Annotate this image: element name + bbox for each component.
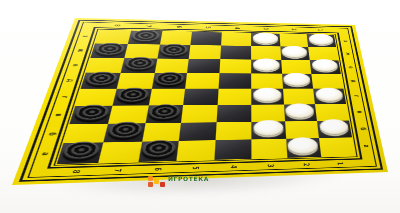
white-checker-piece[interactable] [253,32,279,44]
square-b1[interactable] [98,142,142,163]
square-c6[interactable] [154,58,189,73]
square-h6[interactable] [310,60,341,74]
square-c2[interactable] [142,122,182,141]
square-a2[interactable] [63,123,107,143]
square-g2[interactable] [285,121,320,139]
square-c1[interactable] [138,141,179,162]
coord-label: 7 [107,160,126,182]
watermark-text: ИГРОТЕКА [168,175,209,182]
square-d2[interactable] [179,122,217,141]
white-checker-piece[interactable] [319,119,350,135]
square-g5[interactable] [282,74,314,89]
square-a6[interactable] [86,58,124,73]
square-e5[interactable] [219,73,251,88]
square-f4[interactable] [251,89,284,105]
watermark-logo: ИГРОТЕКА [148,168,266,188]
square-h3[interactable] [315,104,349,121]
square-b3[interactable] [108,105,149,123]
square-a4[interactable] [75,89,116,106]
square-b2[interactable] [103,123,145,143]
square-h5[interactable] [312,74,344,89]
product-photo-stage: 87654321 87654321 зжедгвба зжедгвба ИГРО… [0,0,400,213]
square-e7[interactable] [220,45,251,59]
white-checker-piece[interactable] [308,34,334,45]
coord-label: 2 [298,155,312,175]
square-d6[interactable] [187,59,220,74]
square-d3[interactable] [181,105,217,123]
square-c7[interactable] [157,44,191,58]
square-h8[interactable] [307,34,336,47]
square-e2[interactable] [216,122,252,141]
square-f7[interactable] [251,46,281,60]
white-checker-piece[interactable] [282,46,308,58]
black-checker-piece[interactable] [60,141,101,160]
square-a8[interactable] [95,30,131,44]
checkers-board: 87654321 87654321 зжедгвба зжедгвба [12,18,388,185]
board-grid [57,30,356,164]
square-g4[interactable] [283,89,316,105]
black-checker-piece[interactable] [141,140,177,158]
coord-label: 1 [332,154,347,174]
white-checker-piece[interactable] [253,88,282,102]
square-g7[interactable] [280,46,310,60]
square-g1[interactable] [286,138,322,158]
square-e3[interactable] [217,105,251,122]
square-d5[interactable] [185,73,219,88]
white-checker-piece[interactable] [312,59,339,71]
square-e1[interactable] [214,140,251,160]
square-b6[interactable] [120,58,157,73]
white-checker-piece[interactable] [315,88,344,102]
square-d4[interactable] [183,89,218,105]
square-e4[interactable] [218,89,251,105]
square-b8[interactable] [128,31,162,45]
square-h2[interactable] [317,120,352,138]
square-c3[interactable] [145,105,183,123]
square-f8[interactable] [251,33,280,46]
black-checker-piece[interactable] [123,57,155,70]
white-checker-piece[interactable] [253,120,283,136]
black-checker-piece[interactable] [130,30,160,42]
white-checker-piece[interactable] [283,73,311,86]
white-checker-piece[interactable] [285,103,315,118]
square-d8[interactable] [191,32,222,46]
square-f1[interactable] [251,139,287,159]
black-checker-piece[interactable] [115,88,149,103]
watermark-cubes-icon [148,176,153,181]
black-checker-piece[interactable] [73,104,110,120]
square-f5[interactable] [251,74,283,89]
square-b4[interactable] [112,89,151,106]
square-f2[interactable] [251,121,286,139]
coord-label: 8 [64,161,85,183]
square-a1[interactable] [57,143,103,165]
square-e8[interactable] [221,32,251,45]
black-checker-piece[interactable] [154,72,185,86]
square-a7[interactable] [90,43,127,58]
black-checker-piece[interactable] [84,72,119,86]
black-checker-piece[interactable] [159,44,189,56]
square-h1[interactable] [319,138,355,157]
square-h4[interactable] [313,89,346,105]
square-a5[interactable] [81,73,121,89]
square-g6[interactable] [281,60,312,74]
square-c5[interactable] [151,73,187,89]
square-c4[interactable] [148,89,185,106]
square-f3[interactable] [251,104,285,121]
white-checker-piece[interactable] [288,137,319,154]
square-f6[interactable] [251,59,282,73]
square-b7[interactable] [124,44,159,58]
square-g3[interactable] [283,104,317,121]
black-checker-piece[interactable] [93,43,126,56]
black-checker-piece[interactable] [106,122,143,139]
square-b5[interactable] [116,73,154,89]
white-checker-piece[interactable] [253,58,280,71]
black-checker-piece[interactable] [148,104,182,120]
square-d1[interactable] [177,140,216,161]
square-d7[interactable] [189,45,221,59]
square-h7[interactable] [308,47,338,60]
square-e6[interactable] [219,59,250,74]
square-a3[interactable] [69,106,112,124]
